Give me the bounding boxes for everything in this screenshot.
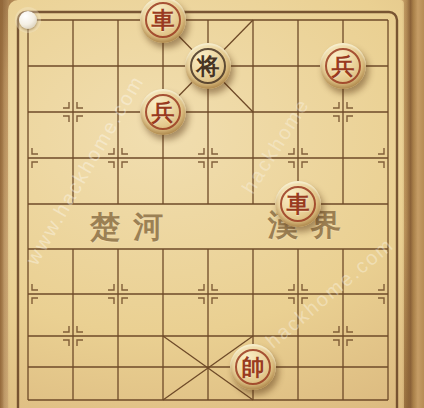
last-move-marker xyxy=(19,11,37,29)
piece-ring xyxy=(235,349,271,385)
piece-red-chariot-1[interactable]: 車 xyxy=(140,0,186,43)
xiangqi-screenshot: 楚河 漢界 車将兵兵車帥 www.hackhome.comhackhomehac… xyxy=(0,0,424,408)
piece-black-general[interactable]: 将 xyxy=(185,43,231,89)
piece-ring xyxy=(325,48,361,84)
piece-ring xyxy=(280,186,316,222)
piece-red-soldier-1[interactable]: 兵 xyxy=(320,43,366,89)
piece-ring xyxy=(145,2,181,38)
piece-red-soldier-2[interactable]: 兵 xyxy=(140,89,186,135)
piece-red-chariot-2[interactable]: 車 xyxy=(275,181,321,227)
piece-red-general[interactable]: 帥 xyxy=(230,344,276,390)
pieces-layer: 車将兵兵車帥 xyxy=(0,0,418,408)
piece-ring xyxy=(145,94,181,130)
piece-ring xyxy=(190,48,226,84)
